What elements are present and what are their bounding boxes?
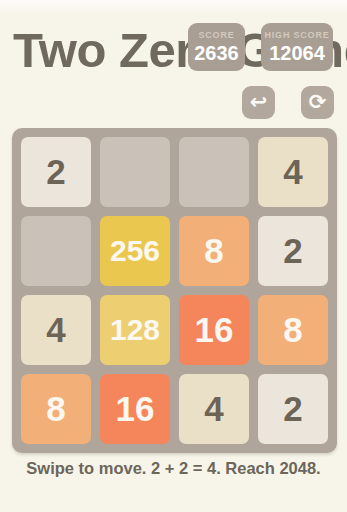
empty-cell (100, 137, 170, 207)
tile-128: 128 (100, 295, 170, 365)
tile-2: 2 (258, 374, 328, 444)
tile-16: 16 (100, 374, 170, 444)
refresh-icon: ⟳ (309, 86, 327, 119)
high-score-value: 12064 (269, 41, 325, 65)
tile-8: 8 (21, 374, 91, 444)
app-screen: Two Zero Game SCORE 2636 HIGH SCORE 1206… (0, 0, 347, 512)
high-score-label: HIGH SCORE (264, 30, 329, 41)
tile-4: 4 (21, 295, 91, 365)
tile-8: 8 (179, 216, 249, 286)
score-label: SCORE (198, 30, 234, 41)
tile-4: 4 (179, 374, 249, 444)
board-grid[interactable]: 2425682412816881642 (12, 128, 337, 453)
tile-4: 4 (258, 137, 328, 207)
high-score-box: HIGH SCORE 12064 (261, 23, 333, 71)
score-box: SCORE 2636 (188, 23, 245, 71)
tile-16: 16 (179, 295, 249, 365)
tile-256: 256 (100, 216, 170, 286)
tile-8: 8 (258, 295, 328, 365)
empty-cell (179, 137, 249, 207)
tile-2: 2 (258, 216, 328, 286)
tile-2: 2 (21, 137, 91, 207)
score-value: 2636 (194, 41, 239, 65)
undo-button[interactable]: ↩ (242, 86, 275, 119)
new-game-button[interactable]: ⟳ (301, 86, 334, 119)
instructions-text: Swipe to move. 2 + 2 = 4. Reach 2048. (0, 459, 347, 478)
undo-icon: ↩ (250, 86, 268, 119)
empty-cell (21, 216, 91, 286)
